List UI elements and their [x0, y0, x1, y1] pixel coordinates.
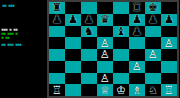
white-queen-icon: ♕ [100, 84, 110, 95]
square-e6[interactable]: ♝ [113, 26, 129, 38]
square-c2[interactable] [81, 73, 97, 85]
white-pawn-icon: ♙ [132, 61, 142, 72]
square-h5[interactable]: ♙ [161, 37, 177, 49]
chess-board: ♜♜♚♟♟♟♛♟♟♟♞♝♟♙♙♙♙♙♙♖♕♔♗♘♖ [47, 0, 179, 98]
square-d1[interactable]: ♕ [97, 84, 113, 96]
square-b1[interactable] [65, 84, 81, 96]
square-h4[interactable] [161, 49, 177, 61]
square-c3[interactable] [81, 61, 97, 73]
square-f2[interactable] [129, 73, 145, 85]
square-d6[interactable] [97, 26, 113, 38]
square-e5[interactable] [113, 37, 129, 49]
white-bishop-icon: ♗ [132, 84, 142, 95]
square-h8[interactable] [161, 2, 177, 14]
square-c5[interactable] [81, 37, 97, 49]
square-e3[interactable] [113, 61, 129, 73]
square-g6[interactable] [145, 26, 161, 38]
square-a3[interactable] [49, 61, 65, 73]
engine-info-line-1: ▪▪ ▪▪▪ [2, 3, 14, 7]
square-g5[interactable] [145, 37, 161, 49]
black-rook-icon: ♜ [132, 2, 142, 13]
black-king-icon: ♚ [148, 2, 158, 13]
black-rook-icon: ♜ [52, 2, 62, 13]
black-pawn-icon: ♟ [148, 14, 158, 25]
square-a1[interactable]: ♖ [49, 84, 65, 96]
square-g7[interactable]: ♟ [145, 14, 161, 26]
white-knight-icon: ♘ [148, 84, 158, 95]
square-a7[interactable]: ♟ [49, 14, 65, 26]
square-d5[interactable]: ♙ [97, 37, 113, 49]
square-b2[interactable] [65, 73, 81, 85]
square-e1[interactable]: ♔ [113, 84, 129, 96]
square-d2[interactable]: ♙ [97, 73, 113, 85]
square-h3[interactable] [161, 61, 177, 73]
square-b3[interactable] [65, 61, 81, 73]
square-g2[interactable] [145, 73, 161, 85]
square-c4[interactable] [81, 49, 97, 61]
square-d8[interactable] [97, 2, 113, 14]
black-knight-icon: ♞ [84, 26, 94, 37]
square-a5[interactable] [49, 37, 65, 49]
black-pawn-icon: ♟ [164, 14, 174, 25]
square-g4[interactable]: ♙ [145, 49, 161, 61]
square-h1[interactable]: ♖ [161, 84, 177, 96]
square-f6[interactable]: ♟ [129, 26, 145, 38]
square-e7[interactable] [113, 14, 129, 26]
white-pawn-icon: ♙ [148, 49, 158, 60]
square-e4[interactable] [113, 49, 129, 61]
black-pawn-icon: ♟ [132, 14, 142, 25]
square-d4[interactable]: ♙ [97, 49, 113, 61]
black-bishop-icon: ♝ [116, 26, 126, 37]
engine-info-line-4: ▪ ▪▪ [1, 35, 9, 39]
square-d7[interactable]: ♛ [97, 14, 113, 26]
square-d3[interactable] [97, 61, 113, 73]
white-rook-icon: ♖ [52, 84, 62, 95]
square-e2[interactable] [113, 73, 129, 85]
square-f7[interactable]: ♟ [129, 14, 145, 26]
square-e8[interactable] [113, 2, 129, 14]
white-pawn-icon: ♙ [164, 37, 174, 48]
square-f5[interactable] [129, 37, 145, 49]
white-pawn-icon: ♙ [100, 37, 110, 48]
square-h7[interactable]: ♟ [161, 14, 177, 26]
square-b4[interactable] [65, 49, 81, 61]
square-g8[interactable]: ♚ [145, 2, 161, 14]
square-a6[interactable] [49, 26, 65, 38]
black-queen-icon: ♛ [100, 14, 110, 25]
black-pawn-icon: ♟ [84, 14, 94, 25]
square-a4[interactable] [49, 49, 65, 61]
white-pawn-icon: ♙ [100, 73, 110, 84]
square-f3[interactable]: ♙ [129, 61, 145, 73]
black-pawn-icon: ♟ [132, 26, 142, 37]
engine-info-line-5: ▪▪ ▪▪▪ ▪▪▪ [1, 42, 21, 46]
square-f1[interactable]: ♗ [129, 84, 145, 96]
square-a2[interactable] [49, 73, 65, 85]
square-c8[interactable] [81, 2, 97, 14]
square-f8[interactable]: ♜ [129, 2, 145, 14]
square-f4[interactable] [129, 49, 145, 61]
square-g3[interactable] [145, 61, 161, 73]
white-pawn-icon: ♙ [100, 49, 110, 60]
black-pawn-icon: ♟ [68, 14, 78, 25]
square-b6[interactable] [65, 26, 81, 38]
square-c1[interactable] [81, 84, 97, 96]
square-h6[interactable] [161, 26, 177, 38]
square-a8[interactable]: ♜ [49, 2, 65, 14]
square-g1[interactable]: ♘ [145, 84, 161, 96]
white-king-icon: ♔ [116, 84, 126, 95]
square-b7[interactable]: ♟ [65, 14, 81, 26]
square-c7[interactable]: ♟ [81, 14, 97, 26]
square-b5[interactable] [65, 37, 81, 49]
white-rook-icon: ♖ [164, 84, 174, 95]
square-h2[interactable] [161, 73, 177, 85]
square-b8[interactable] [65, 2, 81, 14]
black-pawn-icon: ♟ [52, 14, 62, 25]
square-c6[interactable]: ♞ [81, 26, 97, 38]
